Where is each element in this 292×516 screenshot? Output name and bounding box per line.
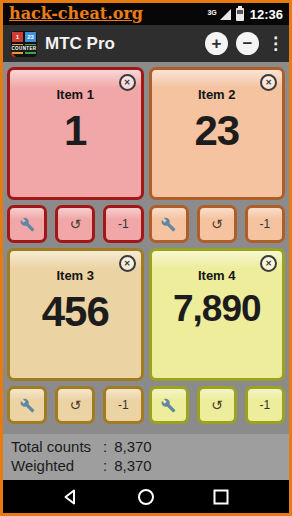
counter-label: Item 1 <box>10 87 141 102</box>
counter-controls: ↺ -1 <box>7 205 144 243</box>
counter-card-item4[interactable]: ✕ Item 4 7,890 <box>149 248 286 381</box>
reset-button[interactable]: ↺ <box>197 386 237 424</box>
settings-button[interactable] <box>149 386 189 424</box>
settings-button[interactable] <box>7 386 47 424</box>
decrement-button[interactable]: -1 <box>245 205 285 243</box>
total-counts-row: Total counts : 8,370 <box>11 437 281 456</box>
signal-icon <box>220 9 231 20</box>
overflow-menu-button[interactable]: ⋮ <box>267 33 281 54</box>
recents-icon <box>215 490 228 503</box>
navigation-bar <box>3 480 289 513</box>
reset-button[interactable]: ↺ <box>55 386 95 424</box>
decrement-label: -1 <box>118 218 129 230</box>
close-icon[interactable]: ✕ <box>119 255 136 272</box>
counter-value: 23 <box>152 107 283 155</box>
decrement-label: -1 <box>260 399 271 411</box>
reset-button[interactable]: ↺ <box>55 205 95 243</box>
wrench-icon <box>20 217 35 232</box>
home-icon <box>139 490 153 504</box>
back-button[interactable] <box>61 487 81 507</box>
total-counts-label: Total counts <box>11 437 103 456</box>
reset-icon: ↺ <box>69 217 81 231</box>
watermark-text: hack-cheat.org <box>9 3 207 25</box>
counter-controls: ↺ -1 <box>149 205 286 243</box>
counter-controls: ↺ -1 <box>149 386 286 424</box>
decrement-button[interactable]: -1 <box>103 205 143 243</box>
battery-icon <box>236 8 244 21</box>
decrement-button[interactable]: -1 <box>103 386 143 424</box>
reset-icon: ↺ <box>69 398 81 412</box>
counter-unit-1: ✕ Item 1 1 ↺ -1 <box>7 67 144 243</box>
home-button[interactable] <box>136 487 156 507</box>
app-bar: 1 23 COUNTER MTC Pro + − ⋮ <box>3 25 289 62</box>
recents-button[interactable] <box>211 487 231 507</box>
counter-label: Item 3 <box>10 268 141 283</box>
reset-button[interactable]: ↺ <box>197 205 237 243</box>
counter-unit-4: ✕ Item 4 7,890 ↺ -1 <box>149 248 286 424</box>
app-title: MTC Pro <box>45 34 197 54</box>
counter-controls: ↺ -1 <box>7 386 144 424</box>
counter-card-item2[interactable]: ✕ Item 2 23 <box>149 67 286 200</box>
back-icon <box>66 490 75 503</box>
counter-unit-3: ✕ Item 3 456 ↺ -1 <box>7 248 144 424</box>
settings-button[interactable] <box>149 205 189 243</box>
add-counter-button[interactable]: + <box>205 32 228 55</box>
phone-screen: hack-cheat.org 3G 12:36 1 23 COUNTER MTC… <box>0 0 292 516</box>
totals-panel: Total counts : 8,370 Weighted : 8,370 <box>3 434 289 480</box>
wrench-icon <box>161 217 176 232</box>
counter-card-item1[interactable]: ✕ Item 1 1 <box>7 67 144 200</box>
counter-grid: ✕ Item 1 1 ↺ -1 ✕ Item 2 23 <box>3 62 289 434</box>
decrement-label: -1 <box>260 218 271 230</box>
weighted-label: Weighted <box>11 456 103 475</box>
total-counts-colon: : <box>103 437 107 456</box>
wrench-icon <box>20 398 35 413</box>
decrement-label: -1 <box>118 399 129 411</box>
close-icon[interactable]: ✕ <box>260 74 277 91</box>
clock: 12:36 <box>250 7 283 22</box>
reset-icon: ↺ <box>211 398 223 412</box>
counter-card-item3[interactable]: ✕ Item 3 456 <box>7 248 144 381</box>
counter-value: 7,890 <box>152 288 283 330</box>
close-icon[interactable]: ✕ <box>260 255 277 272</box>
close-icon[interactable]: ✕ <box>119 74 136 91</box>
app-icon: 1 23 COUNTER <box>11 31 37 57</box>
app-icon-tile-1: 1 <box>12 32 23 42</box>
app-icon-tile-2: 23 <box>25 32 36 42</box>
wrench-icon <box>161 398 176 413</box>
counter-value: 456 <box>10 288 141 336</box>
weighted-colon: : <box>103 456 107 475</box>
weighted-row: Weighted : 8,370 <box>11 456 281 475</box>
status-bar: hack-cheat.org 3G 12:36 <box>3 3 289 25</box>
weighted-value: 8,370 <box>114 456 152 475</box>
reset-icon: ↺ <box>211 217 223 231</box>
total-counts-value: 8,370 <box>114 437 152 456</box>
remove-counter-button[interactable]: − <box>236 32 259 55</box>
counter-unit-2: ✕ Item 2 23 ↺ -1 <box>149 67 286 243</box>
network-type-label: 3G <box>207 9 216 16</box>
app-icon-ribbon <box>11 49 17 57</box>
counter-value: 1 <box>10 107 141 155</box>
settings-button[interactable] <box>7 205 47 243</box>
decrement-button[interactable]: -1 <box>245 386 285 424</box>
status-icons: 3G 12:36 <box>207 7 283 22</box>
